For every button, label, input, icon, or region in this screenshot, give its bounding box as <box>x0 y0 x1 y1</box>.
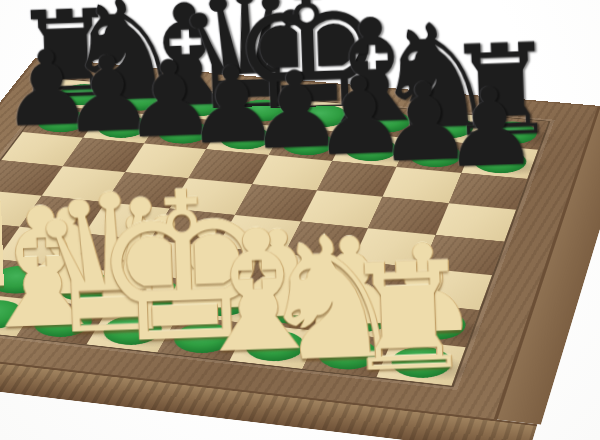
photo-stage: ♜♞♝♛♚♝♞♜♟♟♟♟♟♟♟♟♟♟♟♟♟♟♟♟♜♞♝♛♚♝♞♜ <box>0 0 600 440</box>
piece-black-pawn-h7: ♟ <box>461 144 538 179</box>
white-rook-glyph: ♜ <box>339 241 476 393</box>
black-pawn-glyph: ♟ <box>440 72 541 183</box>
board: ♜♞♝♛♚♝♞♜♟♟♟♟♟♟♟♟♟♟♟♟♟♟♟♟♜♞♝♛♚♝♞♜ <box>0 59 598 419</box>
piece-white-rook-h1: ♜ <box>377 339 466 386</box>
piece-layer: ♜♞♝♛♚♝♞♜♟♟♟♟♟♟♟♟♟♟♟♟♟♟♟♟♜♞♝♛♚♝♞♜ <box>0 79 548 386</box>
